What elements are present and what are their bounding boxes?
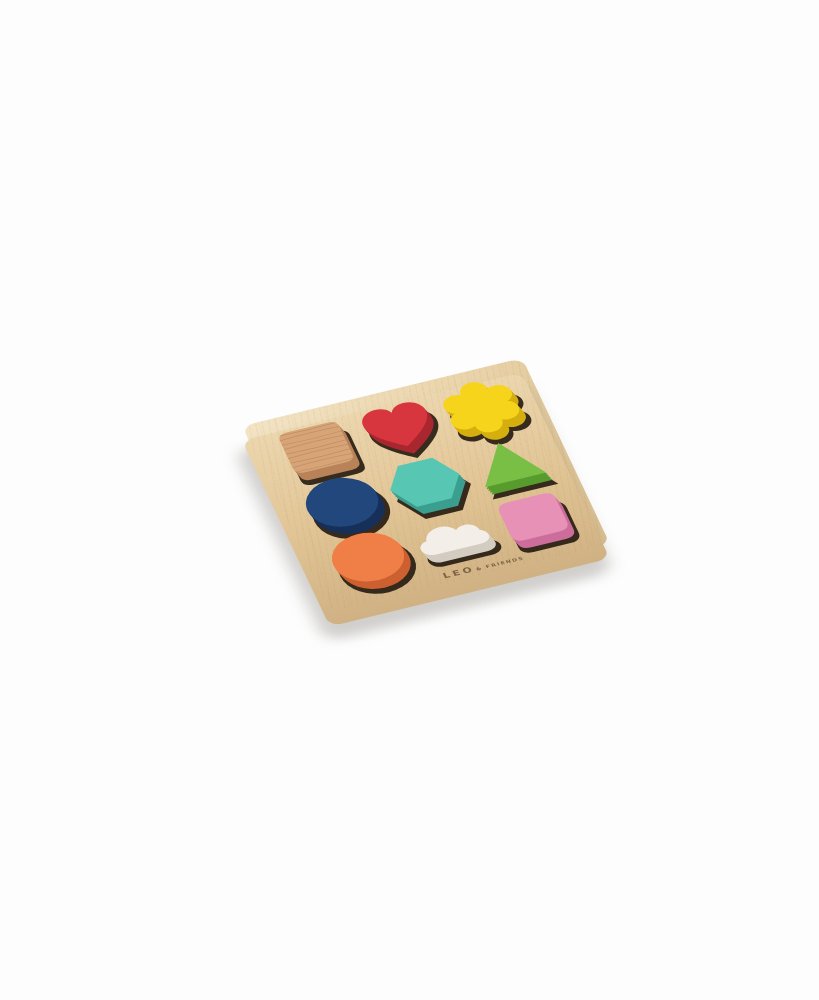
piece-orange-circle[interactable] bbox=[323, 525, 420, 596]
product-photo-scene: LEO& FRIENDS bbox=[0, 0, 819, 1000]
puzzle-board: LEO& FRIENDS bbox=[242, 358, 610, 612]
shape-grid bbox=[265, 372, 585, 593]
piece-white-cloud[interactable] bbox=[413, 516, 498, 565]
